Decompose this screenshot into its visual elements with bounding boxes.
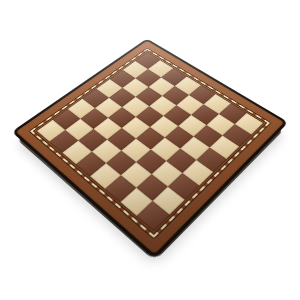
board-perspective-wrapper [0,0,300,300]
product-photo-backdrop [0,0,300,300]
board-squares [37,52,263,230]
chess-board [11,38,288,259]
